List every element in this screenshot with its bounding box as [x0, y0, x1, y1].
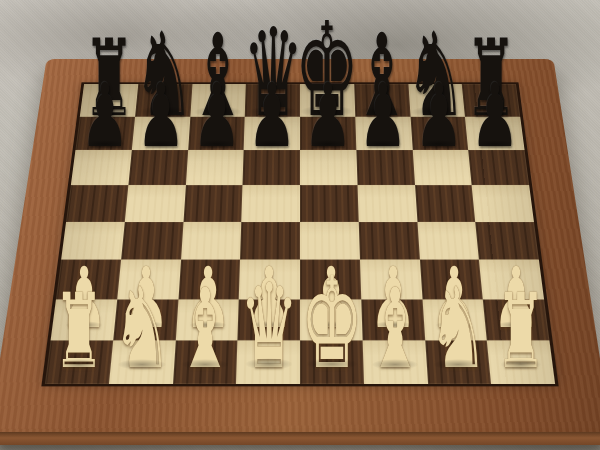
- white-bishop-f1[interactable]: ♝: [366, 274, 423, 384]
- black-pawn-a7[interactable]: ♟: [81, 72, 130, 160]
- white-knight-b1[interactable]: ♞: [112, 272, 172, 384]
- white-queen-d1[interactable]: ♛: [239, 268, 298, 385]
- white-king-e1[interactable]: ♚: [300, 261, 363, 387]
- black-pawn-b7[interactable]: ♟: [137, 72, 186, 160]
- black-pawn-e7[interactable]: ♟: [303, 72, 352, 160]
- white-bishop-c1[interactable]: ♝: [177, 274, 234, 384]
- black-pawn-g7[interactable]: ♟: [415, 72, 464, 160]
- black-pawn-h7[interactable]: ♟: [470, 72, 519, 160]
- white-rook-h1[interactable]: ♜: [495, 280, 546, 383]
- white-rook-a1[interactable]: ♜: [54, 280, 105, 383]
- white-knight-g1[interactable]: ♞: [428, 272, 488, 384]
- black-pawn-c7[interactable]: ♟: [192, 72, 241, 160]
- pieces-layer: ♜♞♝♛♚♝♞♜♟♟♟♟♟♟♟♟♟♟♟♟♟♟♟♟♜♞♝♛♚♝♞♜: [0, 0, 600, 450]
- black-pawn-f7[interactable]: ♟: [359, 72, 408, 160]
- scene: ♜♞♝♛♚♝♞♜♟♟♟♟♟♟♟♟♟♟♟♟♟♟♟♟♜♞♝♛♚♝♞♜: [0, 0, 600, 450]
- black-pawn-d7[interactable]: ♟: [248, 72, 297, 160]
